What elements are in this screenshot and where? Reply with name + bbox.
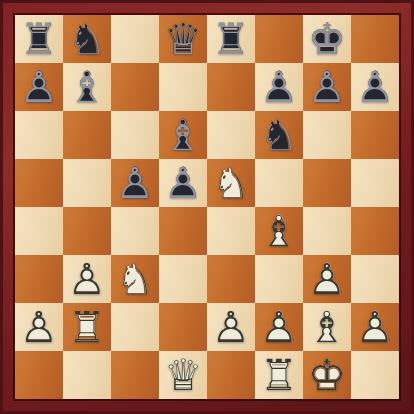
square-h7[interactable]: ♟♙ bbox=[351, 63, 399, 111]
white-pawn-piece: ♟♙ bbox=[15, 303, 63, 351]
square-d2[interactable] bbox=[159, 303, 207, 351]
square-c2[interactable] bbox=[111, 303, 159, 351]
black-knight-piece: ♞♘ bbox=[63, 15, 111, 63]
black-knight-piece: ♞♘ bbox=[255, 111, 303, 159]
square-d3[interactable] bbox=[159, 255, 207, 303]
square-d7[interactable] bbox=[159, 63, 207, 111]
square-c6[interactable] bbox=[111, 111, 159, 159]
square-c1[interactable] bbox=[111, 351, 159, 399]
square-b3[interactable]: ♟♙ bbox=[63, 255, 111, 303]
square-d6[interactable]: ♝♗ bbox=[159, 111, 207, 159]
piece-outline-glyph: ♙ bbox=[255, 63, 303, 111]
square-e3[interactable] bbox=[207, 255, 255, 303]
piece-outline-glyph: ♙ bbox=[63, 255, 111, 303]
square-h4[interactable] bbox=[351, 207, 399, 255]
piece-outline-glyph: ♘ bbox=[207, 159, 255, 207]
square-d1[interactable]: ♛♕ bbox=[159, 351, 207, 399]
piece-outline-glyph: ♘ bbox=[111, 255, 159, 303]
white-knight-piece: ♞♘ bbox=[207, 159, 255, 207]
black-pawn-piece: ♟♙ bbox=[111, 159, 159, 207]
square-b7[interactable]: ♝♗ bbox=[63, 63, 111, 111]
black-pawn-piece: ♟♙ bbox=[159, 159, 207, 207]
square-g3[interactable]: ♟♙ bbox=[303, 255, 351, 303]
square-h1[interactable] bbox=[351, 351, 399, 399]
piece-outline-glyph: ♙ bbox=[351, 63, 399, 111]
square-b6[interactable] bbox=[63, 111, 111, 159]
white-pawn-piece: ♟♙ bbox=[351, 303, 399, 351]
square-a7[interactable]: ♟♙ bbox=[15, 63, 63, 111]
square-f5[interactable] bbox=[255, 159, 303, 207]
square-f3[interactable] bbox=[255, 255, 303, 303]
square-c7[interactable] bbox=[111, 63, 159, 111]
black-rook-piece: ♜♖ bbox=[15, 15, 63, 63]
square-e7[interactable] bbox=[207, 63, 255, 111]
white-rook-piece: ♜♖ bbox=[255, 351, 303, 399]
square-a6[interactable] bbox=[15, 111, 63, 159]
square-b4[interactable] bbox=[63, 207, 111, 255]
piece-outline-glyph: ♖ bbox=[63, 303, 111, 351]
white-queen-piece: ♛♕ bbox=[159, 351, 207, 399]
square-h3[interactable] bbox=[351, 255, 399, 303]
square-h6[interactable] bbox=[351, 111, 399, 159]
square-e2[interactable]: ♟♙ bbox=[207, 303, 255, 351]
black-bishop-piece: ♝♗ bbox=[159, 111, 207, 159]
square-a5[interactable] bbox=[15, 159, 63, 207]
square-c5[interactable]: ♟♙ bbox=[111, 159, 159, 207]
white-bishop-piece: ♝♗ bbox=[255, 207, 303, 255]
square-f6[interactable]: ♞♘ bbox=[255, 111, 303, 159]
white-pawn-piece: ♟♙ bbox=[63, 255, 111, 303]
square-g5[interactable] bbox=[303, 159, 351, 207]
piece-outline-glyph: ♙ bbox=[15, 303, 63, 351]
black-pawn-piece: ♟♙ bbox=[255, 63, 303, 111]
black-pawn-piece: ♟♙ bbox=[303, 63, 351, 111]
square-g4[interactable] bbox=[303, 207, 351, 255]
piece-outline-glyph: ♙ bbox=[303, 63, 351, 111]
square-h5[interactable] bbox=[351, 159, 399, 207]
square-a1[interactable] bbox=[15, 351, 63, 399]
white-pawn-piece: ♟♙ bbox=[207, 303, 255, 351]
square-f2[interactable]: ♟♙ bbox=[255, 303, 303, 351]
white-bishop-piece: ♝♗ bbox=[303, 303, 351, 351]
piece-outline-glyph: ♘ bbox=[63, 15, 111, 63]
black-pawn-piece: ♟♙ bbox=[15, 63, 63, 111]
square-f1[interactable]: ♜♖ bbox=[255, 351, 303, 399]
square-a8[interactable]: ♜♖ bbox=[15, 15, 63, 63]
board-frame: ♜♖♞♘♛♕♜♖♚♔♟♙♝♗♟♙♟♙♟♙♝♗♞♘♟♙♟♙♞♘♝♗♟♙♞♘♟♙♟♙… bbox=[0, 0, 414, 414]
square-g7[interactable]: ♟♙ bbox=[303, 63, 351, 111]
black-bishop-piece: ♝♗ bbox=[63, 63, 111, 111]
piece-outline-glyph: ♗ bbox=[255, 207, 303, 255]
piece-outline-glyph: ♙ bbox=[159, 159, 207, 207]
square-b1[interactable] bbox=[63, 351, 111, 399]
square-f4[interactable]: ♝♗ bbox=[255, 207, 303, 255]
square-d4[interactable] bbox=[159, 207, 207, 255]
black-rook-piece: ♜♖ bbox=[207, 15, 255, 63]
square-e5[interactable]: ♞♘ bbox=[207, 159, 255, 207]
square-h2[interactable]: ♟♙ bbox=[351, 303, 399, 351]
square-e4[interactable] bbox=[207, 207, 255, 255]
piece-outline-glyph: ♗ bbox=[303, 303, 351, 351]
square-c4[interactable] bbox=[111, 207, 159, 255]
piece-outline-glyph: ♖ bbox=[255, 351, 303, 399]
square-f8[interactable] bbox=[255, 15, 303, 63]
piece-outline-glyph: ♖ bbox=[15, 15, 63, 63]
square-b5[interactable] bbox=[63, 159, 111, 207]
piece-outline-glyph: ♔ bbox=[303, 15, 351, 63]
black-queen-piece: ♛♕ bbox=[159, 15, 207, 63]
white-knight-piece: ♞♘ bbox=[111, 255, 159, 303]
square-a2[interactable]: ♟♙ bbox=[15, 303, 63, 351]
square-c3[interactable]: ♞♘ bbox=[111, 255, 159, 303]
square-c8[interactable] bbox=[111, 15, 159, 63]
square-g2[interactable]: ♝♗ bbox=[303, 303, 351, 351]
piece-outline-glyph: ♗ bbox=[63, 63, 111, 111]
square-e1[interactable] bbox=[207, 351, 255, 399]
square-b8[interactable]: ♞♘ bbox=[63, 15, 111, 63]
white-rook-piece: ♜♖ bbox=[63, 303, 111, 351]
piece-outline-glyph: ♙ bbox=[303, 255, 351, 303]
white-pawn-piece: ♟♙ bbox=[303, 255, 351, 303]
square-e8[interactable]: ♜♖ bbox=[207, 15, 255, 63]
chess-board: ♜♖♞♘♛♕♜♖♚♔♟♙♝♗♟♙♟♙♟♙♝♗♞♘♟♙♟♙♞♘♝♗♟♙♞♘♟♙♟♙… bbox=[15, 15, 399, 399]
square-e6[interactable] bbox=[207, 111, 255, 159]
piece-outline-glyph: ♔ bbox=[303, 351, 351, 399]
square-d8[interactable]: ♛♕ bbox=[159, 15, 207, 63]
piece-outline-glyph: ♙ bbox=[111, 159, 159, 207]
piece-outline-glyph: ♙ bbox=[351, 303, 399, 351]
piece-outline-glyph: ♕ bbox=[159, 351, 207, 399]
square-f7[interactable]: ♟♙ bbox=[255, 63, 303, 111]
piece-outline-glyph: ♙ bbox=[15, 63, 63, 111]
piece-outline-glyph: ♗ bbox=[159, 111, 207, 159]
square-g8[interactable]: ♚♔ bbox=[303, 15, 351, 63]
white-king-piece: ♚♔ bbox=[303, 351, 351, 399]
piece-outline-glyph: ♕ bbox=[159, 15, 207, 63]
piece-outline-glyph: ♙ bbox=[255, 303, 303, 351]
piece-outline-glyph: ♙ bbox=[207, 303, 255, 351]
square-g1[interactable]: ♚♔ bbox=[303, 351, 351, 399]
piece-outline-glyph: ♘ bbox=[255, 111, 303, 159]
white-pawn-piece: ♟♙ bbox=[255, 303, 303, 351]
square-a4[interactable] bbox=[15, 207, 63, 255]
piece-outline-glyph: ♖ bbox=[207, 15, 255, 63]
square-d5[interactable]: ♟♙ bbox=[159, 159, 207, 207]
black-pawn-piece: ♟♙ bbox=[351, 63, 399, 111]
square-a3[interactable] bbox=[15, 255, 63, 303]
square-g6[interactable] bbox=[303, 111, 351, 159]
square-b2[interactable]: ♜♖ bbox=[63, 303, 111, 351]
black-king-piece: ♚♔ bbox=[303, 15, 351, 63]
square-h8[interactable] bbox=[351, 15, 399, 63]
